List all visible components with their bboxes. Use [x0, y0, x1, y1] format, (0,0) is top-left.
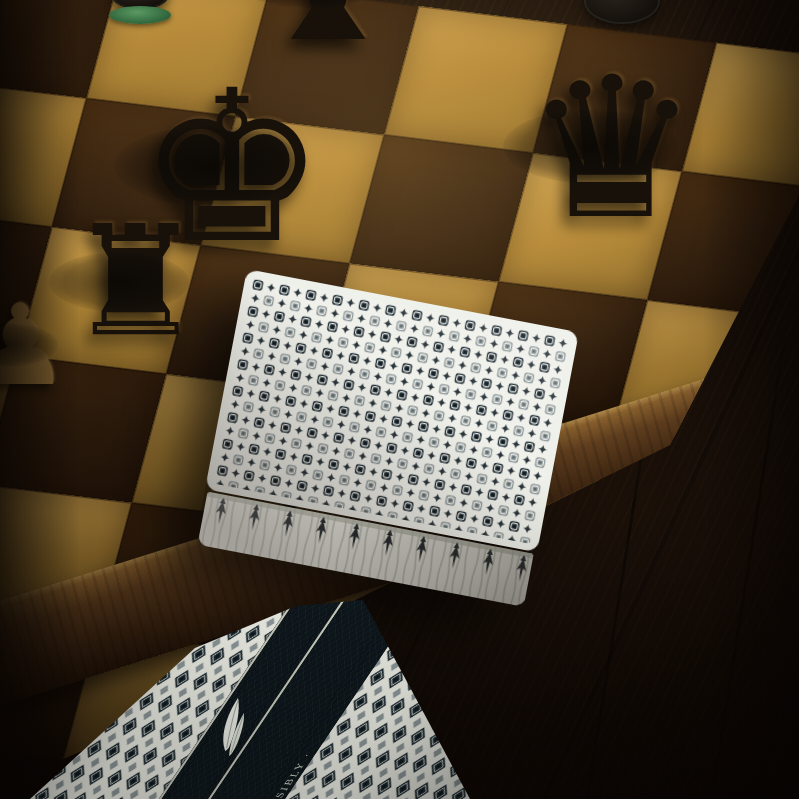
- green-felt: [109, 6, 171, 24]
- dark-rook[interactable]: ♜: [68, 206, 204, 358]
- light-pawn-partial[interactable]: ♟: [0, 289, 70, 401]
- dark-queen[interactable]: ♛: [525, 51, 700, 246]
- dark-bishop-partial-glyph: ♝: [256, 0, 399, 64]
- dark-bishop-partial[interactable]: ♝: [256, 0, 399, 64]
- photo-scene: ♚♛♜♝♟: [0, 0, 799, 799]
- piece-base: [584, 0, 660, 24]
- piece-shadow: [503, 109, 678, 183]
